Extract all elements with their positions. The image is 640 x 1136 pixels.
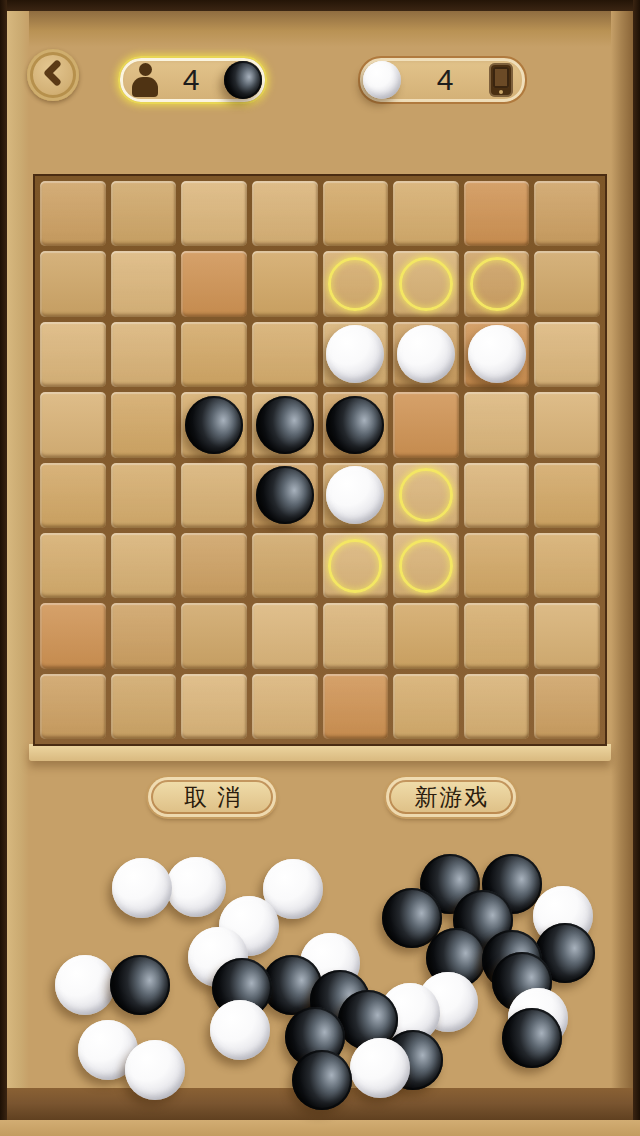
tray-disc-black xyxy=(212,958,272,1018)
chevron-left-icon xyxy=(36,56,70,94)
board-cell-a3[interactable] xyxy=(40,322,106,387)
white-disc-e5 xyxy=(326,466,384,524)
board-cell-d4[interactable] xyxy=(252,392,318,457)
board-cell-f3[interactable] xyxy=(393,322,459,387)
black-score: 4 xyxy=(158,63,224,97)
white-disc-indicator xyxy=(363,61,401,99)
tray-disc-black xyxy=(382,888,442,948)
cancel-button[interactable]: 取消 xyxy=(148,777,276,817)
frame-bottom-edge xyxy=(0,1120,640,1136)
board-cell-h2[interactable] xyxy=(534,251,600,316)
board-cell-b8[interactable] xyxy=(111,674,177,739)
device-icon xyxy=(489,63,513,97)
board-cell-e8[interactable] xyxy=(323,674,389,739)
person-icon xyxy=(132,63,158,97)
board-cell-c4[interactable] xyxy=(181,392,247,457)
tray-disc-black xyxy=(482,930,542,990)
tray-disc-black xyxy=(453,890,513,950)
black-disc-d4 xyxy=(256,396,314,454)
black-disc-indicator xyxy=(224,61,262,99)
tray-disc-white xyxy=(188,927,248,987)
white-disc-g3 xyxy=(468,325,526,383)
game-board xyxy=(33,174,607,746)
board-cell-b7[interactable] xyxy=(111,603,177,668)
tray-disc-black xyxy=(262,955,322,1015)
board-shelf xyxy=(29,744,611,761)
board-cell-d3[interactable] xyxy=(252,322,318,387)
black-disc-d5 xyxy=(256,466,314,524)
back-button[interactable] xyxy=(27,49,79,101)
tray-disc-black xyxy=(310,970,370,1030)
board-cell-f4[interactable] xyxy=(393,392,459,457)
tray-disc-white xyxy=(380,983,440,1043)
board-cell-e4[interactable] xyxy=(323,392,389,457)
board-cell-f6[interactable] xyxy=(393,533,459,598)
tray-disc-black xyxy=(110,955,170,1015)
board-cell-g2[interactable] xyxy=(464,251,530,316)
board-cell-d7[interactable] xyxy=(252,603,318,668)
board-cell-c7[interactable] xyxy=(181,603,247,668)
frame-left-bevel xyxy=(7,11,29,1111)
board-cell-g3[interactable] xyxy=(464,322,530,387)
tray-disc-white xyxy=(418,972,478,1032)
board-cell-b5[interactable] xyxy=(111,463,177,528)
othello-app: 4 4 取消 新游戏 xyxy=(0,0,640,1136)
board-cell-f2[interactable] xyxy=(393,251,459,316)
white-disc-e3 xyxy=(326,325,384,383)
board-cell-b2[interactable] xyxy=(111,251,177,316)
board-cell-e3[interactable] xyxy=(323,322,389,387)
tray-disc-black xyxy=(420,854,480,914)
tray-disc-black xyxy=(482,854,542,914)
board-cell-h5[interactable] xyxy=(534,463,600,528)
board-cell-d2[interactable] xyxy=(252,251,318,316)
board-cell-h6[interactable] xyxy=(534,533,600,598)
tray-disc-white xyxy=(508,988,568,1048)
tray-disc-black xyxy=(338,990,398,1050)
board-cell-c5[interactable] xyxy=(181,463,247,528)
new-game-button[interactable]: 新游戏 xyxy=(386,777,516,817)
board-cell-d5[interactable] xyxy=(252,463,318,528)
black-player-score-pill: 4 xyxy=(118,56,267,104)
board-cell-g8[interactable] xyxy=(464,674,530,739)
board-cell-e2[interactable] xyxy=(323,251,389,316)
tray-disc-black xyxy=(502,1008,562,1068)
board-cell-a8[interactable] xyxy=(40,674,106,739)
board-cell-e5[interactable] xyxy=(323,463,389,528)
board-cell-g5[interactable] xyxy=(464,463,530,528)
frame-top-edge xyxy=(0,0,640,11)
board-cell-h7[interactable] xyxy=(534,603,600,668)
board-cell-g6[interactable] xyxy=(464,533,530,598)
board-cell-h1[interactable] xyxy=(534,181,600,246)
tray-disc-black xyxy=(426,928,486,988)
board-cell-c3[interactable] xyxy=(181,322,247,387)
board-cell-d6[interactable] xyxy=(252,533,318,598)
tray-disc-black xyxy=(535,923,595,983)
white-disc-f3 xyxy=(397,325,455,383)
board-cell-b1[interactable] xyxy=(111,181,177,246)
frame-left-edge xyxy=(0,0,7,1136)
board-cell-d1[interactable] xyxy=(252,181,318,246)
board-cell-b4[interactable] xyxy=(111,392,177,457)
board-cell-e6[interactable] xyxy=(323,533,389,598)
tray-disc-white xyxy=(263,859,323,919)
tray-disc-white xyxy=(219,896,279,956)
board-cell-f5[interactable] xyxy=(393,463,459,528)
board-cell-g4[interactable] xyxy=(464,392,530,457)
board-cell-a4[interactable] xyxy=(40,392,106,457)
move-hint-e6 xyxy=(328,539,382,593)
board-cell-a5[interactable] xyxy=(40,463,106,528)
board-cell-a1[interactable] xyxy=(40,181,106,246)
board-cell-g1[interactable] xyxy=(464,181,530,246)
board-cell-h3[interactable] xyxy=(534,322,600,387)
tray-disc-white xyxy=(210,1000,270,1060)
board-cell-c8[interactable] xyxy=(181,674,247,739)
board-cell-c6[interactable] xyxy=(181,533,247,598)
board-cell-c2[interactable] xyxy=(181,251,247,316)
move-hint-f2 xyxy=(399,257,453,311)
frame-top-bevel xyxy=(0,11,640,47)
board-cell-a2[interactable] xyxy=(40,251,106,316)
black-disc-c4 xyxy=(185,396,243,454)
tray-disc-black xyxy=(285,1007,345,1067)
tray-disc-white xyxy=(112,858,172,918)
board-cell-h8[interactable] xyxy=(534,674,600,739)
board-cell-h4[interactable] xyxy=(534,392,600,457)
tray-front-wall xyxy=(7,1088,633,1122)
white-player-score-pill: 4 xyxy=(358,56,527,104)
black-disc-e4 xyxy=(326,396,384,454)
frame-right-edge xyxy=(633,0,640,1136)
frame-right-bevel xyxy=(611,11,633,1111)
board-cell-a6[interactable] xyxy=(40,533,106,598)
move-hint-f6 xyxy=(399,539,453,593)
move-hint-e2 xyxy=(328,257,382,311)
board-cell-b3[interactable] xyxy=(111,322,177,387)
board-cell-g7[interactable] xyxy=(464,603,530,668)
board-cell-c1[interactable] xyxy=(181,181,247,246)
board-cell-f8[interactable] xyxy=(393,674,459,739)
tray-disc-black xyxy=(383,1030,443,1090)
tray-disc-white xyxy=(300,933,360,993)
board-cell-f7[interactable] xyxy=(393,603,459,668)
board-cell-f1[interactable] xyxy=(393,181,459,246)
board-cell-e1[interactable] xyxy=(323,181,389,246)
tray-disc-white xyxy=(166,857,226,917)
board-cell-a7[interactable] xyxy=(40,603,106,668)
move-hint-f5 xyxy=(399,468,453,522)
move-hint-g2 xyxy=(470,257,524,311)
white-score: 4 xyxy=(401,63,489,97)
tray-disc-white xyxy=(533,886,593,946)
tray-disc-white xyxy=(78,1020,138,1080)
tray-disc-black xyxy=(492,952,552,1012)
tray-disc-white xyxy=(55,955,115,1015)
board-cell-e7[interactable] xyxy=(323,603,389,668)
board-cell-d8[interactable] xyxy=(252,674,318,739)
board-cell-b6[interactable] xyxy=(111,533,177,598)
